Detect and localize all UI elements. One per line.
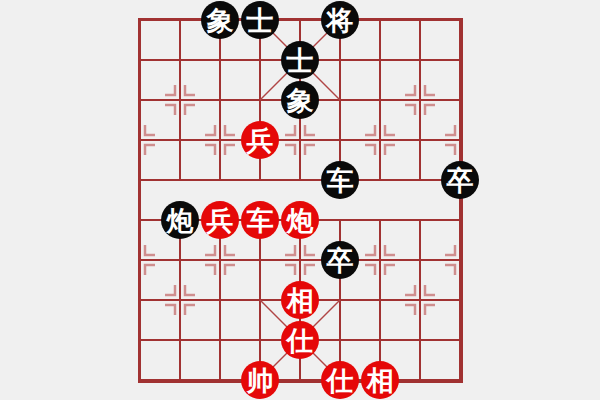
piece-black-cannon[interactable]: 炮 — [161, 201, 199, 239]
piece-black-advisor-1[interactable]: 士 — [241, 1, 279, 39]
piece-black-pawn-1[interactable]: 卒 — [441, 161, 479, 199]
piece-red-advisor-1[interactable]: 仕 — [281, 321, 319, 359]
piece-black-elephant-1[interactable]: 象 — [201, 1, 239, 39]
piece-black-advisor-2[interactable]: 士 — [281, 41, 319, 79]
piece-black-pawn-2[interactable]: 卒 — [321, 241, 359, 279]
piece-red-pawn-1[interactable]: 兵 — [241, 121, 279, 159]
xiangqi-app: 象士将士象兵车卒炮兵车炮卒相仕帅仕相 — [0, 0, 600, 400]
piece-black-elephant-2[interactable]: 象 — [281, 81, 319, 119]
piece-red-elephant-1[interactable]: 相 — [281, 281, 319, 319]
piece-red-elephant-2[interactable]: 相 — [361, 361, 399, 399]
piece-red-advisor-2[interactable]: 仕 — [321, 361, 359, 399]
piece-red-pawn-2[interactable]: 兵 — [201, 201, 239, 239]
piece-red-general[interactable]: 帅 — [241, 361, 279, 399]
piece-red-cannon[interactable]: 炮 — [281, 201, 319, 239]
piece-red-chariot[interactable]: 车 — [241, 201, 279, 239]
piece-black-general[interactable]: 将 — [321, 1, 359, 39]
xiangqi-board[interactable]: 象士将士象兵车卒炮兵车炮卒相仕帅仕相 — [0, 0, 600, 400]
piece-black-chariot[interactable]: 车 — [321, 161, 359, 199]
